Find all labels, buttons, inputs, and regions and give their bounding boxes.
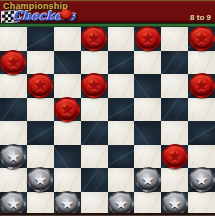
board-square[interactable]: ★ (81, 74, 108, 98)
board-square[interactable] (134, 51, 161, 75)
silver-piece[interactable]: ★ (108, 191, 134, 215)
red-piece[interactable]: ★ (135, 26, 161, 51)
star-emblem: ★ (168, 148, 181, 163)
board-square[interactable] (54, 121, 81, 145)
board-square[interactable]: ★ (134, 27, 161, 51)
star-emblem: ★ (60, 101, 73, 116)
red-piece[interactable]: ★ (81, 73, 107, 98)
silver-piece[interactable]: ★ (0, 144, 26, 169)
board-square[interactable] (188, 98, 215, 122)
board-square[interactable]: ★ (27, 168, 54, 192)
board-square[interactable] (108, 27, 135, 51)
board-square[interactable] (81, 145, 108, 169)
star-emblem: ★ (34, 78, 47, 93)
board-square[interactable] (108, 168, 135, 192)
board-square[interactable] (161, 74, 188, 98)
board-square[interactable]: ★ (134, 168, 161, 192)
board-square[interactable] (27, 98, 54, 122)
board-square[interactable] (188, 51, 215, 75)
board-square[interactable]: ★ (54, 192, 81, 216)
board-square[interactable] (81, 51, 108, 75)
board-square[interactable] (81, 168, 108, 192)
championship-checkers-window: Championship Checkers 8 to 9 ★★★★★★★★★★★… (0, 0, 215, 215)
star-emblem: ★ (7, 195, 20, 210)
star-emblem: ★ (87, 78, 100, 93)
red-piece[interactable]: ★ (54, 97, 80, 122)
board-square[interactable] (161, 98, 188, 122)
board-square[interactable] (108, 145, 135, 169)
red-piece[interactable]: ★ (189, 26, 215, 51)
board-square[interactable]: ★ (188, 27, 215, 51)
star-emblem: ★ (141, 172, 154, 187)
board-square[interactable] (108, 74, 135, 98)
board-square[interactable]: ★ (108, 192, 135, 216)
board-square[interactable]: ★ (161, 145, 188, 169)
board-square[interactable]: ★ (0, 51, 27, 75)
board-square[interactable]: ★ (188, 74, 215, 98)
board-square[interactable] (188, 192, 215, 216)
board-square[interactable]: ★ (54, 98, 81, 122)
star-emblem: ★ (195, 78, 208, 93)
board-square[interactable] (108, 51, 135, 75)
board-square[interactable] (134, 74, 161, 98)
board-square[interactable] (161, 51, 188, 75)
board-square[interactable] (54, 51, 81, 75)
red-piece[interactable]: ★ (162, 144, 188, 169)
board-square[interactable] (108, 121, 135, 145)
board-square[interactable] (0, 27, 27, 51)
star-emblem: ★ (87, 31, 100, 46)
star-emblem: ★ (34, 172, 47, 187)
star-emblem: ★ (7, 148, 20, 163)
board-square[interactable]: ★ (188, 168, 215, 192)
star-emblem: ★ (60, 195, 73, 210)
board: ★★★★★★★★★★★★★★★★★ (0, 27, 215, 215)
board-square[interactable] (0, 74, 27, 98)
red-piece[interactable]: ★ (27, 73, 53, 98)
board-square[interactable] (161, 27, 188, 51)
board-square[interactable] (81, 192, 108, 216)
title-bar: Championship Checkers 8 to 9 (0, 0, 215, 23)
star-emblem: ★ (7, 54, 20, 69)
star-emblem: ★ (195, 172, 208, 187)
board-square[interactable] (54, 74, 81, 98)
board-square[interactable] (0, 121, 27, 145)
star-emblem: ★ (114, 195, 127, 210)
board-square[interactable] (54, 168, 81, 192)
silver-piece[interactable]: ★ (135, 167, 161, 192)
board-square[interactable] (27, 121, 54, 145)
board-square[interactable] (161, 121, 188, 145)
silver-piece[interactable]: ★ (162, 191, 188, 215)
board-square[interactable] (27, 27, 54, 51)
red-piece[interactable]: ★ (189, 73, 215, 98)
silver-piece[interactable]: ★ (27, 167, 53, 192)
board-square[interactable] (108, 98, 135, 122)
star-emblem: ★ (168, 195, 181, 210)
silver-piece[interactable]: ★ (189, 167, 215, 192)
board-square[interactable] (0, 98, 27, 122)
board-square[interactable]: ★ (81, 27, 108, 51)
red-piece[interactable]: ★ (0, 50, 26, 75)
star-emblem: ★ (195, 31, 208, 46)
board-square[interactable] (27, 145, 54, 169)
board-square[interactable] (0, 168, 27, 192)
board-square[interactable]: ★ (0, 192, 27, 216)
board-square[interactable] (81, 121, 108, 145)
board-square[interactable] (134, 145, 161, 169)
board-square[interactable] (134, 121, 161, 145)
board-square[interactable] (161, 168, 188, 192)
board-square[interactable] (27, 51, 54, 75)
board-square[interactable] (134, 192, 161, 216)
board-square[interactable] (188, 145, 215, 169)
board-square[interactable]: ★ (27, 74, 54, 98)
board-square[interactable] (54, 145, 81, 169)
board-square[interactable] (27, 192, 54, 216)
red-piece[interactable]: ★ (81, 26, 107, 51)
board-bottom-edge (0, 213, 215, 215)
board-square[interactable] (81, 98, 108, 122)
board-square[interactable]: ★ (161, 192, 188, 216)
board-square[interactable] (188, 121, 215, 145)
board-square[interactable] (134, 98, 161, 122)
board-square[interactable] (54, 27, 81, 51)
star-emblem: ★ (141, 31, 154, 46)
silver-piece[interactable]: ★ (0, 191, 26, 215)
silver-piece[interactable]: ★ (54, 191, 80, 215)
red-checker-icon (60, 9, 72, 20)
board-square[interactable]: ★ (0, 145, 27, 169)
score-text: 8 to 9 (190, 13, 211, 22)
